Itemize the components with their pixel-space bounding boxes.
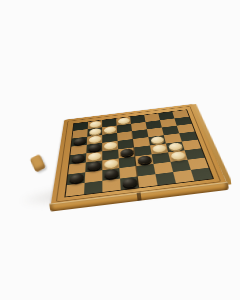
checker-dark[interactable] — [137, 155, 152, 164]
board-square[interactable] — [102, 179, 120, 192]
checker-light[interactable] — [150, 136, 164, 144]
checker-dark[interactable] — [120, 148, 134, 157]
board-square[interactable] — [138, 174, 158, 187]
checkers-board — [49, 63, 216, 230]
checker-light[interactable] — [88, 135, 100, 143]
board-square[interactable] — [120, 176, 139, 189]
checker-dark[interactable] — [69, 173, 84, 183]
checker-dark[interactable] — [104, 169, 118, 179]
checker-light[interactable] — [152, 144, 167, 153]
board-square[interactable] — [191, 168, 213, 181]
checker-dark[interactable] — [71, 154, 85, 163]
hinge-knuckle — [30, 154, 46, 172]
checker-light[interactable] — [170, 151, 186, 160]
board-grid — [64, 109, 214, 197]
checker-dark[interactable] — [87, 161, 101, 171]
checker-light[interactable] — [87, 152, 100, 161]
checker-light[interactable] — [167, 142, 182, 151]
hinge-notch — [137, 192, 142, 200]
checker-light[interactable] — [104, 159, 118, 169]
checker-light[interactable] — [104, 141, 117, 149]
checker-dark[interactable] — [122, 177, 137, 188]
checker-dark[interactable] — [88, 143, 101, 151]
checker-dark[interactable] — [73, 137, 86, 145]
board-square[interactable] — [66, 183, 85, 197]
board-square[interactable] — [84, 181, 102, 195]
product-photo-scene — [0, 0, 240, 300]
